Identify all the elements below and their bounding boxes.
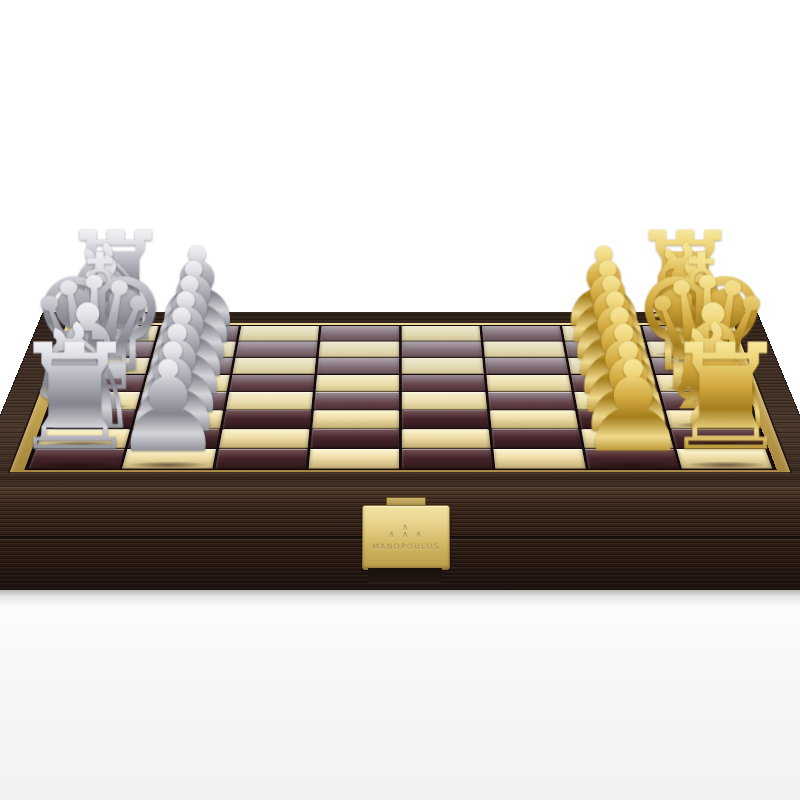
- brand-logo-icon: ∧ ∧ ∧ ∧: [388, 524, 423, 538]
- square[interactable]: ♜: [676, 449, 772, 469]
- square[interactable]: [484, 358, 567, 374]
- square[interactable]: [226, 392, 313, 410]
- square[interactable]: [401, 410, 488, 428]
- square[interactable]: [235, 341, 317, 357]
- case-top: ♜♟♟♜♞♟♟♞♝♟♟♝♚♟♟♚♛♟♟♛♝♟♟♝♞♟♟♞♜♟♟♜: [0, 312, 800, 487]
- square[interactable]: [401, 375, 485, 392]
- square[interactable]: [489, 410, 578, 428]
- square[interactable]: [215, 449, 307, 469]
- square[interactable]: [483, 341, 565, 357]
- latch-plate: [368, 568, 442, 583]
- scene: ∧ ∧ ∧ ∧ MANOPOULOS ♜♟♟♜♞♟♟♞♝♟♟♝♚♟♟♚♛♟♟♛♝…: [0, 0, 800, 800]
- square[interactable]: [401, 392, 486, 410]
- product-photo: ∧ ∧ ∧ ∧ MANOPOULOS ♜♟♟♜♞♟♟♞♝♟♟♝♚♟♟♚♛♟♟♛♝…: [0, 0, 800, 800]
- square[interactable]: [222, 410, 311, 428]
- square[interactable]: [312, 410, 399, 428]
- square[interactable]: [401, 341, 481, 357]
- case-shadow: [0, 590, 800, 606]
- square[interactable]: [493, 449, 585, 469]
- board-metal-frame: ♜♟♟♜♞♟♟♞♝♟♟♝♚♟♟♚♛♟♟♛♝♟♟♝♞♟♟♞♜♟♟♜: [7, 323, 792, 473]
- square[interactable]: [229, 375, 314, 392]
- latch: ∧ ∧ ∧ ∧ MANOPOULOS: [362, 505, 450, 570]
- square[interactable]: [401, 429, 490, 448]
- square[interactable]: [486, 375, 571, 392]
- square[interactable]: [308, 449, 398, 469]
- brand-logo-peak-row2: ∧ ∧ ∧: [388, 531, 423, 538]
- square[interactable]: [310, 429, 399, 448]
- square[interactable]: [320, 326, 399, 341]
- square[interactable]: [317, 358, 399, 374]
- square[interactable]: [401, 449, 491, 469]
- square[interactable]: [313, 392, 398, 410]
- square[interactable]: ♜: [28, 449, 124, 469]
- square[interactable]: [401, 326, 480, 341]
- square[interactable]: [232, 358, 315, 374]
- chess-board: ♜♟♟♜♞♟♟♞♝♟♟♝♚♟♟♚♛♟♟♛♝♟♟♝♞♟♟♞♜♟♟♜: [24, 325, 776, 470]
- chess-piece-r[interactable]: ♜: [660, 330, 792, 465]
- square[interactable]: [238, 326, 318, 341]
- square[interactable]: [488, 392, 575, 410]
- case-front-panel: ∧ ∧ ∧ ∧ MANOPOULOS: [0, 486, 800, 590]
- square[interactable]: [401, 358, 483, 374]
- brand-text: MANOPOULOS: [372, 542, 440, 551]
- square[interactable]: [481, 326, 561, 341]
- square[interactable]: [315, 375, 399, 392]
- square[interactable]: [318, 341, 398, 357]
- square[interactable]: [219, 429, 309, 448]
- square[interactable]: [491, 429, 581, 448]
- chess-piece-r[interactable]: ♜: [9, 330, 141, 465]
